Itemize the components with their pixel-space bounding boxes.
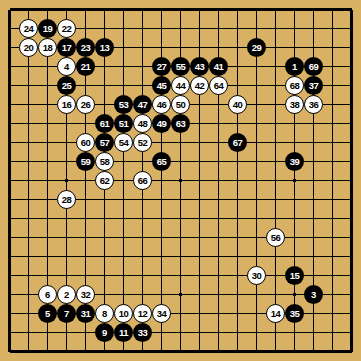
stone-black-69: 69 bbox=[304, 57, 323, 76]
stone-black-3: 3 bbox=[304, 285, 323, 304]
stone-black-57: 57 bbox=[95, 133, 114, 152]
stone-black-55: 55 bbox=[171, 57, 190, 76]
stone-black-19: 19 bbox=[38, 19, 57, 38]
stone-white-44: 44 bbox=[171, 76, 190, 95]
stone-black-37: 37 bbox=[304, 76, 323, 95]
stone-black-9: 9 bbox=[95, 323, 114, 342]
stone-black-7: 7 bbox=[57, 304, 76, 323]
stone-white-20: 20 bbox=[19, 38, 38, 57]
stone-white-66: 66 bbox=[133, 171, 152, 190]
stone-white-16: 16 bbox=[57, 95, 76, 114]
stone-white-42: 42 bbox=[190, 76, 209, 95]
stone-white-34: 34 bbox=[152, 304, 171, 323]
stone-black-49: 49 bbox=[152, 114, 171, 133]
stone-white-52: 52 bbox=[133, 133, 152, 152]
stone-white-6: 6 bbox=[38, 285, 57, 304]
stone-black-29: 29 bbox=[247, 38, 266, 57]
stone-white-12: 12 bbox=[133, 304, 152, 323]
stones-layer: 1234567891011121314151617181920212223242… bbox=[0, 0, 361, 361]
stone-white-64: 64 bbox=[209, 76, 228, 95]
stone-black-25: 25 bbox=[57, 76, 76, 95]
stone-white-68: 68 bbox=[285, 76, 304, 95]
stone-white-32: 32 bbox=[76, 285, 95, 304]
stone-black-11: 11 bbox=[114, 323, 133, 342]
stone-black-61: 61 bbox=[95, 114, 114, 133]
stone-white-38: 38 bbox=[285, 95, 304, 114]
stone-black-35: 35 bbox=[285, 304, 304, 323]
stone-white-2: 2 bbox=[57, 285, 76, 304]
stone-black-17: 17 bbox=[57, 38, 76, 57]
stone-white-10: 10 bbox=[114, 304, 133, 323]
stone-white-62: 62 bbox=[95, 171, 114, 190]
stone-black-31: 31 bbox=[76, 304, 95, 323]
stone-white-50: 50 bbox=[171, 95, 190, 114]
stone-black-1: 1 bbox=[285, 57, 304, 76]
stone-white-58: 58 bbox=[95, 152, 114, 171]
stone-black-5: 5 bbox=[38, 304, 57, 323]
stone-black-23: 23 bbox=[76, 38, 95, 57]
stone-black-41: 41 bbox=[209, 57, 228, 76]
stone-black-53: 53 bbox=[114, 95, 133, 114]
stone-black-45: 45 bbox=[152, 76, 171, 95]
stone-white-24: 24 bbox=[19, 19, 38, 38]
stone-white-18: 18 bbox=[38, 38, 57, 57]
stone-white-30: 30 bbox=[247, 266, 266, 285]
stone-white-60: 60 bbox=[76, 133, 95, 152]
stone-black-15: 15 bbox=[285, 266, 304, 285]
stone-black-59: 59 bbox=[76, 152, 95, 171]
stone-white-14: 14 bbox=[266, 304, 285, 323]
stone-white-4: 4 bbox=[57, 57, 76, 76]
stone-black-39: 39 bbox=[285, 152, 304, 171]
stone-white-8: 8 bbox=[95, 304, 114, 323]
stone-white-26: 26 bbox=[76, 95, 95, 114]
stone-white-22: 22 bbox=[57, 19, 76, 38]
stone-black-63: 63 bbox=[171, 114, 190, 133]
stone-black-43: 43 bbox=[190, 57, 209, 76]
stone-black-67: 67 bbox=[228, 133, 247, 152]
stone-white-40: 40 bbox=[228, 95, 247, 114]
go-board[interactable]: 1234567891011121314151617181920212223242… bbox=[0, 0, 361, 361]
stone-white-54: 54 bbox=[114, 133, 133, 152]
stone-black-13: 13 bbox=[95, 38, 114, 57]
stone-black-27: 27 bbox=[152, 57, 171, 76]
stone-black-33: 33 bbox=[133, 323, 152, 342]
stone-black-51: 51 bbox=[114, 114, 133, 133]
stone-black-65: 65 bbox=[152, 152, 171, 171]
stone-white-48: 48 bbox=[133, 114, 152, 133]
stone-white-28: 28 bbox=[57, 190, 76, 209]
stone-white-36: 36 bbox=[304, 95, 323, 114]
stone-white-46: 46 bbox=[152, 95, 171, 114]
stone-black-21: 21 bbox=[76, 57, 95, 76]
stone-white-56: 56 bbox=[266, 228, 285, 247]
stone-black-47: 47 bbox=[133, 95, 152, 114]
